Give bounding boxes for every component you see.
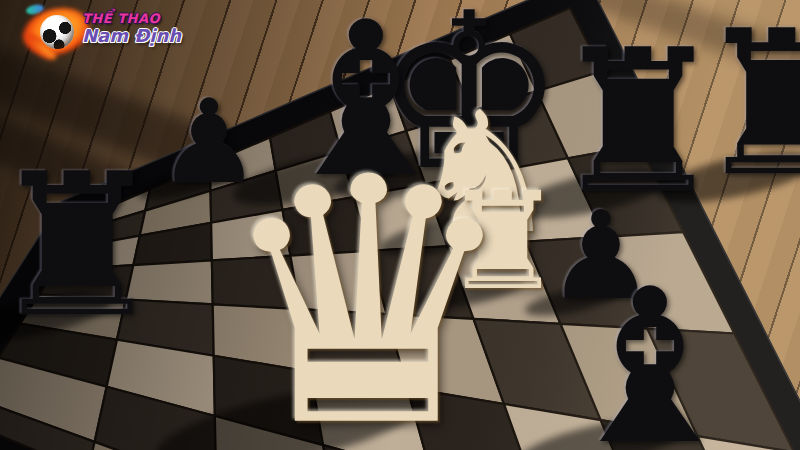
chess-board <box>0 0 800 450</box>
logo-line1: THỂ THAO <box>82 11 181 26</box>
logo-text: THỂ THAO Nam Định <box>82 11 181 46</box>
soccer-ball-icon <box>40 15 74 49</box>
the-thao-nam-dinh-logo: THỂ THAO Nam Định <box>24 2 184 62</box>
board-lighting-overlay <box>0 0 800 450</box>
chess-wallpaper-scene: ♚♜♝♟♜♞♜♟♜♛♝ THỂ THAO Nam Định <box>0 0 800 450</box>
logo-line2: Nam Định <box>82 25 181 46</box>
